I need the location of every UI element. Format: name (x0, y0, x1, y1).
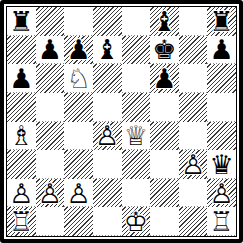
square-a2: ♟♙ (7, 179, 36, 208)
white-rook-glyph: ♖ (207, 207, 236, 236)
square-e8 (122, 7, 151, 36)
white-pawn-glyph: ♙ (36, 179, 65, 208)
black-rook-glyph: ♜ (7, 7, 36, 36)
white-pawn-glyph: ♙ (64, 179, 93, 208)
square-h3: ♛ (207, 150, 236, 179)
black-king-f7: ♚ (150, 36, 179, 65)
white-pawn-glyph: ♙ (7, 179, 36, 208)
white-pawn-glyph: ♙ (93, 122, 122, 151)
square-c2: ♟♙ (64, 179, 93, 208)
square-d8 (93, 7, 122, 36)
black-pawn-glyph: ♟ (36, 36, 65, 65)
square-f2 (150, 179, 179, 208)
black-pawn-glyph: ♟ (7, 64, 36, 93)
square-d1 (93, 207, 122, 236)
square-h8: ♜ (207, 7, 236, 36)
white-pawn-glyph: ♙ (179, 150, 208, 179)
square-b5 (36, 93, 65, 122)
square-f7: ♚ (150, 36, 179, 65)
square-e2 (122, 179, 151, 208)
square-e3 (122, 150, 151, 179)
square-g8 (179, 7, 208, 36)
square-f4 (150, 122, 179, 151)
black-pawn-glyph: ♟ (64, 36, 93, 65)
square-f1 (150, 207, 179, 236)
black-king-glyph: ♚ (150, 36, 179, 65)
black-bishop-glyph: ♝ (150, 7, 179, 36)
square-c7: ♟ (64, 36, 93, 65)
square-d6 (93, 64, 122, 93)
square-h5 (207, 93, 236, 122)
square-h2: ♟♙ (207, 179, 236, 208)
square-g4 (179, 122, 208, 151)
square-c4 (64, 122, 93, 151)
square-f6: ♟ (150, 64, 179, 93)
white-pawn-h2: ♟♙ (207, 179, 236, 208)
white-rook-h1: ♜♖ (207, 207, 236, 236)
white-king-glyph: ♔ (122, 207, 151, 236)
white-pawn-b2: ♟♙ (36, 179, 65, 208)
white-pawn-d4: ♟♙ (93, 122, 122, 151)
square-h4 (207, 122, 236, 151)
square-c5 (64, 93, 93, 122)
black-pawn-c7: ♟ (64, 36, 93, 65)
square-a4: ♝♗ (7, 122, 36, 151)
square-g2 (179, 179, 208, 208)
black-pawn-glyph: ♟ (150, 64, 179, 93)
square-d4: ♟♙ (93, 122, 122, 151)
square-d2 (93, 179, 122, 208)
square-a8: ♜ (7, 7, 36, 36)
square-d5 (93, 93, 122, 122)
square-f8: ♝ (150, 7, 179, 36)
square-h1: ♜♖ (207, 207, 236, 236)
square-b4 (36, 122, 65, 151)
square-b3 (36, 150, 65, 179)
black-rook-glyph: ♜ (207, 7, 236, 36)
black-pawn-h7: ♟ (207, 36, 236, 65)
square-g7 (179, 36, 208, 65)
square-g1 (179, 207, 208, 236)
square-a7 (7, 36, 36, 65)
white-knight-glyph: ♘ (64, 64, 93, 93)
square-a3 (7, 150, 36, 179)
white-queen-e4: ♛♕ (122, 122, 151, 151)
square-b7: ♟ (36, 36, 65, 65)
square-d3 (93, 150, 122, 179)
square-b1 (36, 207, 65, 236)
black-queen-h3: ♛ (207, 150, 236, 179)
square-a6: ♟ (7, 64, 36, 93)
white-king-e1: ♚♔ (122, 207, 151, 236)
square-c6: ♞♘ (64, 64, 93, 93)
square-f5 (150, 93, 179, 122)
chess-board-frame: ♜♝♜♟♟♝♚♟♟♞♘♟♝♗♟♙♛♕♟♙♛♟♙♟♙♟♙♟♙♜♖♚♔♜♖ (0, 0, 243, 243)
square-e5 (122, 93, 151, 122)
square-e7 (122, 36, 151, 65)
black-bishop-f8: ♝ (150, 7, 179, 36)
white-bishop-a4: ♝♗ (7, 122, 36, 151)
square-b8 (36, 7, 65, 36)
black-queen-glyph: ♛ (207, 150, 236, 179)
white-rook-glyph: ♖ (7, 207, 36, 236)
white-queen-glyph: ♕ (122, 122, 151, 151)
black-bishop-glyph: ♝ (93, 36, 122, 65)
white-pawn-c2: ♟♙ (64, 179, 93, 208)
square-c8 (64, 7, 93, 36)
square-a5 (7, 93, 36, 122)
square-a1: ♜♖ (7, 207, 36, 236)
white-pawn-a2: ♟♙ (7, 179, 36, 208)
white-pawn-g3: ♟♙ (179, 150, 208, 179)
square-b2: ♟♙ (36, 179, 65, 208)
black-bishop-d7: ♝ (93, 36, 122, 65)
square-h6 (207, 64, 236, 93)
square-h7: ♟ (207, 36, 236, 65)
black-rook-h8: ♜ (207, 7, 236, 36)
square-g5 (179, 93, 208, 122)
square-e6 (122, 64, 151, 93)
white-rook-a1: ♜♖ (7, 207, 36, 236)
white-knight-c6: ♞♘ (64, 64, 93, 93)
square-c1 (64, 207, 93, 236)
black-pawn-a6: ♟ (7, 64, 36, 93)
black-pawn-glyph: ♟ (207, 36, 236, 65)
square-c3 (64, 150, 93, 179)
black-rook-a8: ♜ (7, 7, 36, 36)
black-pawn-f6: ♟ (150, 64, 179, 93)
white-bishop-glyph: ♗ (7, 122, 36, 151)
square-b6 (36, 64, 65, 93)
square-e1: ♚♔ (122, 207, 151, 236)
square-g3: ♟♙ (179, 150, 208, 179)
chess-board: ♜♝♜♟♟♝♚♟♟♞♘♟♝♗♟♙♛♕♟♙♛♟♙♟♙♟♙♟♙♜♖♚♔♜♖ (6, 6, 237, 237)
square-d7: ♝ (93, 36, 122, 65)
square-e4: ♛♕ (122, 122, 151, 151)
black-pawn-b7: ♟ (36, 36, 65, 65)
square-g6 (179, 64, 208, 93)
square-f3 (150, 150, 179, 179)
white-pawn-glyph: ♙ (207, 179, 236, 208)
